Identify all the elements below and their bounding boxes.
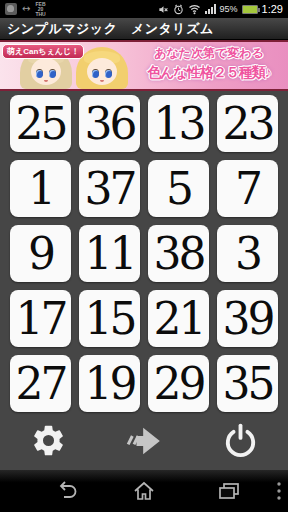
- back-icon[interactable]: [54, 480, 78, 502]
- number-card[interactable]: 7: [217, 160, 278, 217]
- signal-strength-icon: [205, 4, 216, 14]
- status-bar: ↔ FEB 20 THU: [0, 0, 288, 18]
- menu-overflow-icon[interactable]: [276, 481, 282, 501]
- status-clock: 1:29: [262, 3, 283, 15]
- calendar-date-icon: FEB 20 THU: [35, 2, 45, 17]
- app-title: シンプルマジック メンタリズム: [7, 20, 214, 38]
- data-transfer-icon: ↔: [22, 4, 30, 14]
- number-card[interactable]: 1: [10, 160, 71, 217]
- alarm-clock-icon: [173, 4, 184, 15]
- wifi-icon: [188, 4, 201, 15]
- navigation-bar: [0, 470, 288, 512]
- toolbar: [0, 412, 288, 469]
- number-card[interactable]: 9: [10, 225, 71, 282]
- number-card[interactable]: 23: [217, 95, 278, 152]
- home-icon[interactable]: [132, 480, 156, 502]
- number-card[interactable]: 27: [10, 355, 71, 412]
- number-card[interactable]: 17: [10, 290, 71, 347]
- number-card[interactable]: 25: [10, 95, 71, 152]
- number-card[interactable]: 13: [148, 95, 209, 152]
- number-card[interactable]: 29: [148, 355, 209, 412]
- number-card[interactable]: 37: [79, 160, 140, 217]
- number-card[interactable]: 5: [148, 160, 209, 217]
- number-card[interactable]: 19: [79, 355, 140, 412]
- battery-percent: 95%: [220, 4, 238, 14]
- ad-text: あなた次第で変わる 色んな性格２５種類♪: [133, 45, 285, 82]
- number-card[interactable]: 11: [79, 225, 140, 282]
- mute-icon: [158, 4, 169, 15]
- next-button[interactable]: [96, 421, 192, 461]
- number-card[interactable]: 39: [217, 290, 278, 347]
- ad-banner[interactable]: 萌えCanちぇんじ！ あなた次第で変わる 色んな性格２５種類♪: [0, 40, 288, 91]
- number-card[interactable]: 35: [217, 355, 278, 412]
- number-card[interactable]: 38: [148, 225, 209, 282]
- title-bar: シンプルマジック メンタリズム: [0, 18, 288, 40]
- number-card[interactable]: 36: [79, 95, 140, 152]
- ad-badge: 萌えCanちぇんじ！: [2, 44, 84, 59]
- exit-button[interactable]: [192, 421, 288, 461]
- power-icon: [222, 421, 259, 461]
- number-card[interactable]: 3: [217, 225, 278, 282]
- battery-icon: [242, 5, 258, 14]
- number-card[interactable]: 15: [79, 290, 140, 347]
- number-grid: 25361323137579113831715213927192935: [0, 91, 288, 412]
- number-card[interactable]: 21: [148, 290, 209, 347]
- notification-app-icon: [5, 3, 17, 15]
- fast-forward-arrow-icon: [123, 421, 165, 461]
- ad-line-1: あなた次第で変わる: [133, 45, 285, 62]
- app-screen: ↔ FEB 20 THU: [0, 0, 288, 512]
- settings-button[interactable]: [0, 422, 96, 459]
- recents-icon[interactable]: [216, 480, 242, 502]
- ad-line-2: 色んな性格２５種類♪: [133, 64, 285, 82]
- gear-icon: [30, 422, 67, 459]
